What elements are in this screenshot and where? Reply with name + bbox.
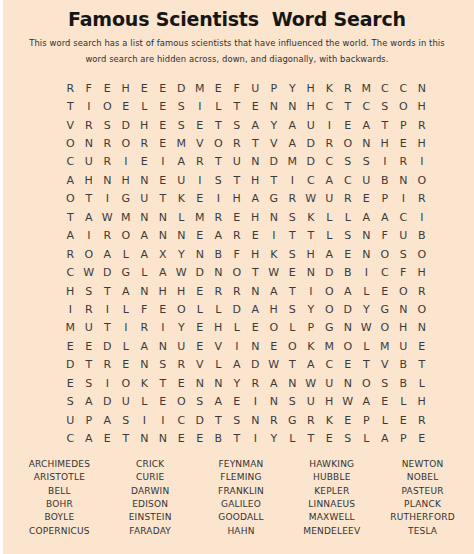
grid-cell: K (172, 190, 191, 208)
grid-cell: B (413, 227, 432, 245)
grid-cell: I (80, 227, 99, 245)
grid-cell: R (98, 153, 117, 171)
grid-cell: S (376, 97, 395, 115)
grid-cell: S (376, 374, 395, 392)
grid-cell: A (302, 356, 321, 374)
grid-cell: F (228, 245, 247, 263)
grid-cell: R (320, 134, 339, 152)
grid-cell: O (117, 374, 136, 392)
grid-cell: N (265, 208, 284, 226)
grid-cell: L (117, 337, 136, 355)
grid-cell: D (302, 134, 321, 152)
word-list-item: COPERNICUS (14, 525, 105, 538)
grid-cell: L (209, 356, 228, 374)
grid-cell: I (302, 282, 321, 300)
word-list-item: FARADAY (105, 525, 196, 538)
grid-cell: Y (265, 429, 284, 447)
grid-cell: B (376, 171, 395, 189)
grid-cell: O (320, 282, 339, 300)
grid-cell: H (302, 79, 321, 97)
grid-cell: R (61, 79, 80, 97)
grid-cell: C (320, 153, 339, 171)
grid-cell: L (283, 319, 302, 337)
grid-cell: G (117, 263, 136, 281)
grid-cell: A (61, 227, 80, 245)
word-list-item: HAHN (196, 525, 287, 538)
grid-cell: R (191, 153, 210, 171)
grid-cell: L (117, 245, 136, 263)
grid-cell: A (135, 337, 154, 355)
grid-cell: O (376, 319, 395, 337)
word-search-page: Famous Scientists Word Search This word … (0, 8, 474, 538)
grid-cell: A (209, 392, 228, 410)
grid-cell: I (209, 190, 228, 208)
grid-cell: A (376, 208, 395, 226)
grid-cell: O (376, 245, 395, 263)
grid-cell: T (413, 356, 432, 374)
grid-cell: H (154, 282, 173, 300)
grid-cell: Y (228, 374, 247, 392)
grid-cell: L (357, 429, 376, 447)
grid-cell: O (117, 227, 136, 245)
grid-cell: I (283, 171, 302, 189)
grid-cell: H (413, 263, 432, 281)
grid-cell: E (339, 411, 358, 429)
grid-cell: T (98, 282, 117, 300)
grid-cell: P (265, 79, 284, 97)
grid-cell: H (246, 208, 265, 226)
grid-cell: C (339, 171, 358, 189)
word-list-item: KEPLER (286, 485, 377, 498)
grid-cell: R (302, 411, 321, 429)
grid-cell: W (80, 263, 99, 281)
grid-cell: R (228, 134, 247, 152)
grid-cell: S (283, 300, 302, 318)
grid-cell: A (320, 245, 339, 263)
word-list-item: CRICK (105, 458, 196, 471)
description-line-2: word search are hidden across, down, and… (85, 54, 388, 64)
grid-cell: H (265, 300, 284, 318)
grid-cell: X (154, 245, 173, 263)
grid-cell: O (413, 300, 432, 318)
grid-cell: A (357, 116, 376, 134)
grid-cell: H (302, 97, 321, 115)
grid-cell: N (154, 227, 173, 245)
grid-cell: O (394, 97, 413, 115)
grid-cell: T (228, 429, 247, 447)
grid-cell: I (228, 337, 247, 355)
grid-cell: R (413, 116, 432, 134)
grid-cell: Y (172, 245, 191, 263)
grid-cell: A (246, 190, 265, 208)
grid-cell: R (283, 190, 302, 208)
grid-cell: E (172, 374, 191, 392)
grid-cell: O (228, 263, 247, 281)
grid-cell: S (117, 411, 136, 429)
grid-cell: E (154, 79, 173, 97)
grid-cell: S (98, 116, 117, 134)
grid-cell: S (357, 153, 376, 171)
page-left-margin (0, 0, 3, 554)
grid-cell: E (191, 227, 210, 245)
grid-cell: N (339, 374, 358, 392)
grid-cell: A (283, 116, 302, 134)
grid-cell: U (320, 374, 339, 392)
grid-cell: N (339, 319, 358, 337)
word-list-item: PASTEUR (377, 485, 468, 498)
grid-cell: S (172, 116, 191, 134)
grid-cell: C (61, 153, 80, 171)
grid-cell: T (376, 116, 395, 134)
grid-cell: T (302, 227, 321, 245)
grid-cell: C (320, 97, 339, 115)
grid-cell: U (228, 153, 247, 171)
grid-cell: O (339, 134, 358, 152)
grid-cell: N (135, 171, 154, 189)
word-list-item: HAWKING (286, 458, 377, 471)
grid-cell: R (98, 134, 117, 152)
grid-cell: E (320, 429, 339, 447)
grid-cell: A (80, 392, 99, 410)
grid-cell: I (413, 208, 432, 226)
grid-cell: I (98, 300, 117, 318)
grid-cell: L (283, 429, 302, 447)
word-list-item: ARCHIMEDES (14, 458, 105, 471)
word-list-item: HUBBLE (286, 471, 377, 484)
grid-cell: S (80, 282, 99, 300)
grid-cell: L (376, 411, 395, 429)
grid-cell: U (302, 392, 321, 410)
word-list-column: ARCHIMEDESARISTOTLEBELLBOHRBOYLECOPERNIC… (14, 458, 105, 538)
grid-cell: U (80, 153, 99, 171)
grid-cell: H (413, 392, 432, 410)
grid-cell: M (61, 319, 80, 337)
grid-cell: O (98, 97, 117, 115)
grid-cell: N (191, 245, 210, 263)
grid-cell: R (98, 356, 117, 374)
grid-cell: S (283, 208, 302, 226)
grid-cell: P (302, 319, 321, 337)
grid-cell: U (117, 392, 136, 410)
grid-cell: O (320, 300, 339, 318)
grid-cell: L (228, 319, 247, 337)
grid-cell: T (154, 374, 173, 392)
grid-cell: H (394, 319, 413, 337)
grid-cell: A (357, 208, 376, 226)
grid-cell: C (394, 79, 413, 97)
grid-cell: U (61, 411, 80, 429)
grid-cell: G (283, 411, 302, 429)
grid-cell: T (61, 97, 80, 115)
grid-cell: N (394, 171, 413, 189)
grid-cell: U (80, 319, 99, 337)
grid-cell: D (191, 411, 210, 429)
grid-cell: L (357, 282, 376, 300)
grid-cell: W (265, 263, 284, 281)
grid-cell: L (209, 300, 228, 318)
grid-cell: E (154, 116, 173, 134)
grid-cell: D (228, 300, 247, 318)
grid-cell: O (209, 134, 228, 152)
grid-cell: H (135, 116, 154, 134)
grid-cell: S (154, 356, 173, 374)
grid-cell: H (80, 171, 99, 189)
grid-cell: O (339, 337, 358, 355)
grid-cell: E (117, 97, 136, 115)
grid-cell: W (98, 208, 117, 226)
grid-cell: O (117, 134, 136, 152)
grid-cell: D (98, 263, 117, 281)
grid-cell: T (209, 153, 228, 171)
grid-cell: Y (172, 319, 191, 337)
grid-cell: N (172, 227, 191, 245)
grid-cell: A (135, 245, 154, 263)
grid-cell: P (394, 116, 413, 134)
puzzle-title: Famous Scientists Word Search (0, 8, 474, 30)
grid-cell: S (228, 411, 247, 429)
grid-cell: E (357, 190, 376, 208)
grid-cell: N (283, 97, 302, 115)
grid-cell: T (246, 263, 265, 281)
grid-cell: T (98, 319, 117, 337)
grid-cell: N (265, 392, 284, 410)
grid-cell: B (209, 245, 228, 263)
grid-cell: N (209, 374, 228, 392)
grid-cell: K (302, 337, 321, 355)
grid-cell: S (228, 116, 247, 134)
grid-cell: R (61, 245, 80, 263)
grid-cell: O (357, 374, 376, 392)
grid-cell: O (413, 171, 432, 189)
grid-cell: N (154, 337, 173, 355)
description-line-1: This word search has a list of famous sc… (29, 38, 445, 48)
letter-grid: RFEHEEDMEFUPYHKRMCCNTIOELESILTENNHCTCSOH… (61, 79, 431, 448)
grid-cell: E (154, 97, 173, 115)
grid-cell: U (357, 171, 376, 189)
grid-cell: E (61, 374, 80, 392)
grid-cell: E (135, 79, 154, 97)
grid-cell: I (98, 190, 117, 208)
grid-cell: M (191, 208, 210, 226)
grid-cell: L (117, 300, 136, 318)
word-list-item: GOODALL (196, 511, 287, 524)
grid-cell: S (172, 97, 191, 115)
grid-cell: A (61, 171, 80, 189)
grid-cell: D (302, 153, 321, 171)
grid-cell: L (394, 392, 413, 410)
grid-cell: M (357, 79, 376, 97)
grid-cell: W (357, 319, 376, 337)
grid-cell: W (339, 392, 358, 410)
grid-cell: A (172, 153, 191, 171)
grid-cell: A (357, 392, 376, 410)
grid-cell: I (135, 411, 154, 429)
grid-cell: H (61, 282, 80, 300)
grid-cell: Y (283, 79, 302, 97)
grid-cell: N (80, 134, 99, 152)
word-list-column: FEYNMANFLEMINGFRANKLINGALILEOGOODALLHAHN (196, 458, 287, 538)
puzzle-description: This word search has a list of famous sc… (8, 35, 466, 67)
grid-cell: F (376, 227, 395, 245)
grid-cell: T (246, 134, 265, 152)
grid-cell: E (154, 300, 173, 318)
grid-cell: I (154, 319, 173, 337)
grid-cell: C (357, 97, 376, 115)
grid-cell: W (172, 263, 191, 281)
grid-cell: N (246, 337, 265, 355)
grid-cell: W (302, 374, 321, 392)
grid-cell: Y (265, 116, 284, 134)
grid-cell: D (172, 79, 191, 97)
word-list-item: PLANCK (377, 498, 468, 511)
grid-cell: C (172, 411, 191, 429)
grid-cell: E (413, 337, 432, 355)
grid-cell: O (61, 190, 80, 208)
grid-cell: A (80, 208, 99, 226)
grid-cell: L (339, 208, 358, 226)
grid-cell: T (265, 171, 284, 189)
grid-cell: G (117, 190, 136, 208)
word-list-column: NEWTONNOBELPASTEURPLANCKRUTHERFORDTESLA (377, 458, 468, 538)
grid-cell: T (209, 116, 228, 134)
grid-cell: E (191, 116, 210, 134)
grid-cell: B (209, 429, 228, 447)
grid-cell: A (117, 282, 136, 300)
grid-cell: B (394, 374, 413, 392)
grid-cell: W (265, 356, 284, 374)
grid-cell: L (135, 97, 154, 115)
grid-cell: T (154, 190, 173, 208)
grid-cell: R (135, 319, 154, 337)
grid-cell: O (172, 392, 191, 410)
grid-cell: F (228, 79, 247, 97)
grid-cell: R (339, 190, 358, 208)
grid-cell: D (98, 392, 117, 410)
grid-cell: M (191, 79, 210, 97)
grid-cell: L (320, 227, 339, 245)
word-list-item: ARISTOTLE (14, 471, 105, 484)
grid-cell: N (265, 97, 284, 115)
grid-cell: U (394, 227, 413, 245)
grid-cell: L (172, 208, 191, 226)
grid-cell: E (98, 79, 117, 97)
grid-cell: S (209, 171, 228, 189)
grid-cell: O (413, 245, 432, 263)
grid-cell: A (246, 116, 265, 134)
grid-cell: I (191, 171, 210, 189)
grid-cell: K (135, 374, 154, 392)
grid-cell: H (228, 190, 247, 208)
grid-cell: L (191, 300, 210, 318)
grid-cell: H (413, 134, 432, 152)
grid-cell: A (209, 227, 228, 245)
grid-cell: U (172, 171, 191, 189)
grid-cell: I (376, 153, 395, 171)
grid-cell: D (339, 300, 358, 318)
grid-cell: N (413, 319, 432, 337)
grid-cell: P (376, 190, 395, 208)
grid-cell: I (98, 374, 117, 392)
grid-cell: O (61, 134, 80, 152)
grid-cell: C (376, 79, 395, 97)
grid-cell: N (413, 79, 432, 97)
grid-cell: C (320, 356, 339, 374)
grid-cell: A (339, 282, 358, 300)
grid-cell: E (228, 392, 247, 410)
grid-cell: I (265, 227, 284, 245)
grid-cell: N (135, 356, 154, 374)
word-list-item: FEYNMAN (196, 458, 287, 471)
grid-cell: H (246, 171, 265, 189)
grid-cell: A (376, 429, 395, 447)
grid-cell: I (117, 153, 136, 171)
grid-cell: F (135, 300, 154, 318)
grid-cell: E (135, 153, 154, 171)
word-list-item: LINNAEUS (286, 498, 377, 511)
grid-cell: R (228, 227, 247, 245)
word-list-item: BELL (14, 485, 105, 498)
grid-cell: E (98, 429, 117, 447)
grid-cell: A (154, 263, 173, 281)
grid-cell: N (98, 171, 117, 189)
grid-cell: P (80, 411, 99, 429)
word-list-item: FRANKLIN (196, 485, 287, 498)
grid-cell: R (209, 282, 228, 300)
grid-cell: L (357, 337, 376, 355)
grid-cell: G (376, 300, 395, 318)
grid-cell: S (339, 227, 358, 245)
grid-cell: T (283, 227, 302, 245)
grid-cell: B (339, 263, 358, 281)
grid-cell: R (246, 374, 265, 392)
grid-cell: E (228, 208, 247, 226)
grid-cell: I (117, 319, 136, 337)
grid-cell: V (61, 116, 80, 134)
grid-cell: P (357, 411, 376, 429)
grid-cell: O (172, 300, 191, 318)
grid-cell: K (320, 79, 339, 97)
grid-cell: H (117, 171, 136, 189)
grid-cell: U (302, 116, 321, 134)
grid-cell: R (394, 153, 413, 171)
grid-cell: E (339, 116, 358, 134)
grid-cell: R (209, 208, 228, 226)
grid-cell: E (191, 282, 210, 300)
grid-cell: A (98, 411, 117, 429)
grid-cell: A (265, 374, 284, 392)
grid-cell: A (228, 356, 247, 374)
grid-cell: T (302, 429, 321, 447)
grid-cell: S (61, 392, 80, 410)
grid-cell: E (339, 245, 358, 263)
grid-cell: E (413, 429, 432, 447)
grid-cell: E (191, 429, 210, 447)
grid-cell: T (283, 282, 302, 300)
grid-cell: U (320, 190, 339, 208)
word-list-item: NEWTON (377, 458, 468, 471)
grid-cell: D (265, 153, 284, 171)
grid-cell: M (117, 208, 136, 226)
grid-cell: P (394, 429, 413, 447)
grid-cell: A (320, 171, 339, 189)
grid-cell: R (135, 134, 154, 152)
grid-cell: E (283, 263, 302, 281)
grid-cell: M (376, 337, 395, 355)
grid-cell: I (154, 411, 173, 429)
word-list-item: CURIE (105, 471, 196, 484)
word-list-item: TESLA (377, 525, 468, 538)
grid-cell: N (394, 300, 413, 318)
